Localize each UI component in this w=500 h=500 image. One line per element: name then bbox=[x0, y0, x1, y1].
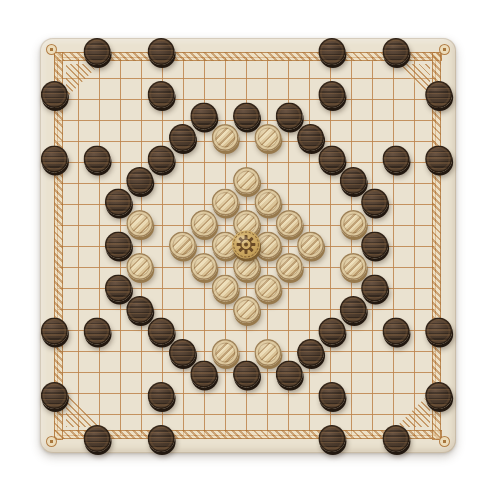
point-r16[interactable] bbox=[404, 110, 425, 131]
point-e18[interactable] bbox=[131, 68, 152, 89]
point-p2[interactable] bbox=[362, 404, 383, 425]
point-h4[interactable] bbox=[194, 362, 215, 383]
attacker-piece[interactable] bbox=[425, 145, 452, 172]
point-s14[interactable] bbox=[425, 152, 446, 173]
point-m15[interactable] bbox=[299, 131, 320, 152]
point-h2[interactable] bbox=[194, 404, 215, 425]
point-h14[interactable] bbox=[194, 152, 215, 173]
point-k3[interactable] bbox=[257, 383, 278, 404]
point-l11[interactable] bbox=[278, 215, 299, 236]
attacker-piece[interactable] bbox=[339, 296, 366, 323]
point-e2[interactable] bbox=[131, 404, 152, 425]
attacker-piece[interactable] bbox=[190, 102, 217, 129]
defender-piece[interactable] bbox=[254, 339, 281, 366]
point-p6[interactable] bbox=[362, 320, 383, 341]
attacker-piece[interactable] bbox=[275, 360, 302, 387]
point-c9[interactable] bbox=[89, 257, 110, 278]
attacker-piece[interactable] bbox=[126, 167, 153, 194]
point-f17[interactable] bbox=[152, 89, 173, 110]
point-m18[interactable] bbox=[299, 68, 320, 89]
point-c4[interactable] bbox=[89, 362, 110, 383]
point-n1[interactable] bbox=[320, 425, 341, 446]
point-a3[interactable] bbox=[47, 383, 68, 404]
point-m19[interactable] bbox=[299, 47, 320, 68]
point-q18[interactable] bbox=[383, 68, 404, 89]
point-d17[interactable] bbox=[110, 89, 131, 110]
point-s4[interactable] bbox=[425, 362, 446, 383]
king-piece[interactable] bbox=[232, 231, 260, 259]
point-p12[interactable] bbox=[362, 194, 383, 215]
attacker-piece[interactable] bbox=[104, 188, 131, 215]
point-n14[interactable] bbox=[320, 152, 341, 173]
point-k6[interactable] bbox=[257, 320, 278, 341]
point-s16[interactable] bbox=[425, 110, 446, 131]
point-l4[interactable] bbox=[278, 362, 299, 383]
point-p8[interactable] bbox=[362, 278, 383, 299]
point-d12[interactable] bbox=[110, 194, 131, 215]
point-r7[interactable] bbox=[404, 299, 425, 320]
point-k1[interactable] bbox=[257, 425, 278, 446]
defender-piece[interactable] bbox=[126, 210, 153, 237]
point-k5[interactable] bbox=[257, 341, 278, 362]
attacker-piece[interactable] bbox=[190, 360, 217, 387]
point-b17[interactable] bbox=[68, 89, 89, 110]
point-m17[interactable] bbox=[299, 89, 320, 110]
attacker-piece[interactable] bbox=[425, 317, 452, 344]
point-m14[interactable] bbox=[299, 152, 320, 173]
point-i6[interactable] bbox=[215, 320, 236, 341]
point-k19[interactable] bbox=[257, 47, 278, 68]
point-k14[interactable] bbox=[257, 152, 278, 173]
attacker-piece[interactable] bbox=[361, 231, 388, 258]
point-j6[interactable] bbox=[236, 320, 257, 341]
point-h9[interactable] bbox=[194, 257, 215, 278]
attacker-piece[interactable] bbox=[361, 274, 388, 301]
point-q17[interactable] bbox=[383, 89, 404, 110]
point-g15[interactable] bbox=[173, 131, 194, 152]
defender-piece[interactable] bbox=[254, 274, 281, 301]
point-k8[interactable] bbox=[257, 278, 278, 299]
point-p3[interactable] bbox=[362, 383, 383, 404]
point-r18[interactable] bbox=[404, 68, 425, 89]
point-n17[interactable] bbox=[320, 89, 341, 110]
point-o15[interactable] bbox=[341, 131, 362, 152]
point-n19[interactable] bbox=[320, 47, 341, 68]
point-b7[interactable] bbox=[68, 299, 89, 320]
point-g5[interactable] bbox=[173, 341, 194, 362]
point-c6[interactable] bbox=[89, 320, 110, 341]
attacker-piece[interactable] bbox=[83, 38, 110, 65]
point-r13[interactable] bbox=[404, 173, 425, 194]
point-a16[interactable] bbox=[47, 110, 68, 131]
point-e15[interactable] bbox=[131, 131, 152, 152]
point-j10[interactable] bbox=[236, 236, 257, 257]
point-m1[interactable] bbox=[299, 425, 320, 446]
point-f16[interactable] bbox=[152, 110, 173, 131]
point-r9[interactable] bbox=[404, 257, 425, 278]
point-q2[interactable] bbox=[383, 404, 404, 425]
defender-piece[interactable] bbox=[190, 210, 217, 237]
point-h19[interactable] bbox=[194, 47, 215, 68]
point-j16[interactable] bbox=[236, 110, 257, 131]
point-l16[interactable] bbox=[278, 110, 299, 131]
point-b12[interactable] bbox=[68, 194, 89, 215]
attacker-piece[interactable] bbox=[425, 382, 452, 409]
point-s11[interactable] bbox=[425, 215, 446, 236]
point-k7[interactable] bbox=[257, 299, 278, 320]
point-q6[interactable] bbox=[383, 320, 404, 341]
attacker-piece[interactable] bbox=[83, 317, 110, 344]
point-r5[interactable] bbox=[404, 341, 425, 362]
point-g6[interactable] bbox=[173, 320, 194, 341]
point-l13[interactable] bbox=[278, 173, 299, 194]
point-g13[interactable] bbox=[173, 173, 194, 194]
point-a5[interactable] bbox=[47, 341, 68, 362]
point-s9[interactable] bbox=[425, 257, 446, 278]
point-s19[interactable] bbox=[425, 47, 446, 68]
point-i5[interactable] bbox=[215, 341, 236, 362]
point-c1[interactable] bbox=[89, 425, 110, 446]
point-q19[interactable] bbox=[383, 47, 404, 68]
defender-piece[interactable] bbox=[254, 188, 281, 215]
attacker-piece[interactable] bbox=[318, 145, 345, 172]
point-k12[interactable] bbox=[257, 194, 278, 215]
point-d15[interactable] bbox=[110, 131, 131, 152]
attacker-piece[interactable] bbox=[168, 339, 195, 366]
defender-piece[interactable] bbox=[233, 167, 260, 194]
point-o11[interactable] bbox=[341, 215, 362, 236]
point-m3[interactable] bbox=[299, 383, 320, 404]
attacker-piece[interactable] bbox=[147, 317, 174, 344]
point-l18[interactable] bbox=[278, 68, 299, 89]
attacker-piece[interactable] bbox=[382, 38, 409, 65]
point-l6[interactable] bbox=[278, 320, 299, 341]
point-r10[interactable] bbox=[404, 236, 425, 257]
defender-piece[interactable] bbox=[339, 210, 366, 237]
point-a12[interactable] bbox=[47, 194, 68, 215]
attacker-piece[interactable] bbox=[83, 425, 110, 452]
point-f19[interactable] bbox=[152, 47, 173, 68]
point-g1[interactable] bbox=[173, 425, 194, 446]
point-g7[interactable] bbox=[173, 299, 194, 320]
point-o7[interactable] bbox=[341, 299, 362, 320]
point-s8[interactable] bbox=[425, 278, 446, 299]
point-j7[interactable] bbox=[236, 299, 257, 320]
point-l9[interactable] bbox=[278, 257, 299, 278]
attacker-piece[interactable] bbox=[104, 231, 131, 258]
attacker-piece[interactable] bbox=[275, 102, 302, 129]
defender-piece[interactable] bbox=[211, 188, 238, 215]
point-d16[interactable] bbox=[110, 110, 131, 131]
point-e5[interactable] bbox=[131, 341, 152, 362]
attacker-piece[interactable] bbox=[318, 425, 345, 452]
point-i1[interactable] bbox=[215, 425, 236, 446]
point-c17[interactable] bbox=[89, 89, 110, 110]
point-r11[interactable] bbox=[404, 215, 425, 236]
point-m12[interactable] bbox=[299, 194, 320, 215]
attacker-piece[interactable] bbox=[40, 81, 67, 108]
point-a10[interactable] bbox=[47, 236, 68, 257]
point-f1[interactable] bbox=[152, 425, 173, 446]
point-o4[interactable] bbox=[341, 362, 362, 383]
point-n4[interactable] bbox=[320, 362, 341, 383]
point-d3[interactable] bbox=[110, 383, 131, 404]
point-o16[interactable] bbox=[341, 110, 362, 131]
point-c13[interactable] bbox=[89, 173, 110, 194]
point-s3[interactable] bbox=[425, 383, 446, 404]
point-b8[interactable] bbox=[68, 278, 89, 299]
attacker-piece[interactable] bbox=[233, 102, 260, 129]
point-r12[interactable] bbox=[404, 194, 425, 215]
point-q3[interactable] bbox=[383, 383, 404, 404]
attacker-piece[interactable] bbox=[147, 145, 174, 172]
point-i19[interactable] bbox=[215, 47, 236, 68]
point-p18[interactable] bbox=[362, 68, 383, 89]
attacker-piece[interactable] bbox=[168, 124, 195, 151]
point-a6[interactable] bbox=[47, 320, 68, 341]
point-n11[interactable] bbox=[320, 215, 341, 236]
point-i12[interactable] bbox=[215, 194, 236, 215]
point-s10[interactable] bbox=[425, 236, 446, 257]
point-b11[interactable] bbox=[68, 215, 89, 236]
point-h11[interactable] bbox=[194, 215, 215, 236]
point-i2[interactable] bbox=[215, 404, 236, 425]
point-h13[interactable] bbox=[194, 173, 215, 194]
point-d1[interactable] bbox=[110, 425, 131, 446]
point-j19[interactable] bbox=[236, 47, 257, 68]
point-d10[interactable] bbox=[110, 236, 131, 257]
attacker-piece[interactable] bbox=[318, 317, 345, 344]
point-d6[interactable] bbox=[110, 320, 131, 341]
point-b2[interactable] bbox=[68, 404, 89, 425]
point-o13[interactable] bbox=[341, 173, 362, 194]
attacker-piece[interactable] bbox=[104, 274, 131, 301]
point-r4[interactable] bbox=[404, 362, 425, 383]
attacker-piece[interactable] bbox=[425, 81, 452, 108]
point-n6[interactable] bbox=[320, 320, 341, 341]
attacker-piece[interactable] bbox=[382, 145, 409, 172]
attacker-piece[interactable] bbox=[339, 167, 366, 194]
point-i14[interactable] bbox=[215, 152, 236, 173]
point-g17[interactable] bbox=[173, 89, 194, 110]
point-f9[interactable] bbox=[152, 257, 173, 278]
point-i8[interactable] bbox=[215, 278, 236, 299]
point-a4[interactable] bbox=[47, 362, 68, 383]
point-k2[interactable] bbox=[257, 404, 278, 425]
point-m2[interactable] bbox=[299, 404, 320, 425]
point-k15[interactable] bbox=[257, 131, 278, 152]
defender-piece[interactable] bbox=[275, 253, 302, 280]
point-a19[interactable] bbox=[47, 47, 68, 68]
point-a14[interactable] bbox=[47, 152, 68, 173]
point-p19[interactable] bbox=[362, 47, 383, 68]
point-d5[interactable] bbox=[110, 341, 131, 362]
attacker-piece[interactable] bbox=[318, 382, 345, 409]
point-b9[interactable] bbox=[68, 257, 89, 278]
point-e11[interactable] bbox=[131, 215, 152, 236]
point-f12[interactable] bbox=[152, 194, 173, 215]
point-f4[interactable] bbox=[152, 362, 173, 383]
point-f14[interactable] bbox=[152, 152, 173, 173]
point-g10[interactable] bbox=[173, 236, 194, 257]
point-d19[interactable] bbox=[110, 47, 131, 68]
point-e13[interactable] bbox=[131, 173, 152, 194]
attacker-piece[interactable] bbox=[147, 382, 174, 409]
point-c18[interactable] bbox=[89, 68, 110, 89]
point-n3[interactable] bbox=[320, 383, 341, 404]
point-g8[interactable] bbox=[173, 278, 194, 299]
attacker-piece[interactable] bbox=[361, 188, 388, 215]
point-b13[interactable] bbox=[68, 173, 89, 194]
point-l14[interactable] bbox=[278, 152, 299, 173]
point-a11[interactable] bbox=[47, 215, 68, 236]
point-s13[interactable] bbox=[425, 173, 446, 194]
point-j1[interactable] bbox=[236, 425, 257, 446]
attacker-piece[interactable] bbox=[40, 382, 67, 409]
attacker-piece[interactable] bbox=[297, 124, 324, 151]
point-i18[interactable] bbox=[215, 68, 236, 89]
point-l7[interactable] bbox=[278, 299, 299, 320]
point-b5[interactable] bbox=[68, 341, 89, 362]
point-e9[interactable] bbox=[131, 257, 152, 278]
point-r17[interactable] bbox=[404, 89, 425, 110]
point-g12[interactable] bbox=[173, 194, 194, 215]
point-j9[interactable] bbox=[236, 257, 257, 278]
point-q16[interactable] bbox=[383, 110, 404, 131]
point-l19[interactable] bbox=[278, 47, 299, 68]
point-o18[interactable] bbox=[341, 68, 362, 89]
point-e16[interactable] bbox=[131, 110, 152, 131]
attacker-piece[interactable] bbox=[382, 317, 409, 344]
point-i15[interactable] bbox=[215, 131, 236, 152]
point-n13[interactable] bbox=[320, 173, 341, 194]
defender-piece[interactable] bbox=[211, 124, 238, 151]
point-j4[interactable] bbox=[236, 362, 257, 383]
point-p17[interactable] bbox=[362, 89, 383, 110]
point-i3[interactable] bbox=[215, 383, 236, 404]
point-m8[interactable] bbox=[299, 278, 320, 299]
point-n12[interactable] bbox=[320, 194, 341, 215]
point-m10[interactable] bbox=[299, 236, 320, 257]
point-c11[interactable] bbox=[89, 215, 110, 236]
defender-piece[interactable] bbox=[126, 253, 153, 280]
point-o5[interactable] bbox=[341, 341, 362, 362]
attacker-piece[interactable] bbox=[318, 38, 345, 65]
point-e4[interactable] bbox=[131, 362, 152, 383]
point-r2[interactable] bbox=[404, 404, 425, 425]
point-n9[interactable] bbox=[320, 257, 341, 278]
point-d4[interactable] bbox=[110, 362, 131, 383]
point-r3[interactable] bbox=[404, 383, 425, 404]
point-q13[interactable] bbox=[383, 173, 404, 194]
point-k17[interactable] bbox=[257, 89, 278, 110]
attacker-piece[interactable] bbox=[147, 38, 174, 65]
defender-piece[interactable] bbox=[297, 231, 324, 258]
point-c19[interactable] bbox=[89, 47, 110, 68]
point-q1[interactable] bbox=[383, 425, 404, 446]
point-d18[interactable] bbox=[110, 68, 131, 89]
point-p4[interactable] bbox=[362, 362, 383, 383]
point-m7[interactable] bbox=[299, 299, 320, 320]
point-g18[interactable] bbox=[173, 68, 194, 89]
point-b16[interactable] bbox=[68, 110, 89, 131]
attacker-piece[interactable] bbox=[382, 425, 409, 452]
point-a1[interactable] bbox=[47, 425, 68, 446]
defender-piece[interactable] bbox=[339, 253, 366, 280]
point-s1[interactable] bbox=[425, 425, 446, 446]
point-o2[interactable] bbox=[341, 404, 362, 425]
point-b15[interactable] bbox=[68, 131, 89, 152]
point-q11[interactable] bbox=[383, 215, 404, 236]
point-d8[interactable] bbox=[110, 278, 131, 299]
point-a13[interactable] bbox=[47, 173, 68, 194]
attacker-piece[interactable] bbox=[147, 425, 174, 452]
point-p10[interactable] bbox=[362, 236, 383, 257]
point-r8[interactable] bbox=[404, 278, 425, 299]
point-q9[interactable] bbox=[383, 257, 404, 278]
point-g2[interactable] bbox=[173, 404, 194, 425]
point-g19[interactable] bbox=[173, 47, 194, 68]
attacker-piece[interactable] bbox=[233, 360, 260, 387]
point-h7[interactable] bbox=[194, 299, 215, 320]
point-q14[interactable] bbox=[383, 152, 404, 173]
point-s12[interactable] bbox=[425, 194, 446, 215]
point-e7[interactable] bbox=[131, 299, 152, 320]
point-b10[interactable] bbox=[68, 236, 89, 257]
point-a9[interactable] bbox=[47, 257, 68, 278]
point-m13[interactable] bbox=[299, 173, 320, 194]
point-j13[interactable] bbox=[236, 173, 257, 194]
point-n8[interactable] bbox=[320, 278, 341, 299]
point-c3[interactable] bbox=[89, 383, 110, 404]
point-l2[interactable] bbox=[278, 404, 299, 425]
point-g14[interactable] bbox=[173, 152, 194, 173]
point-b18[interactable] bbox=[68, 68, 89, 89]
point-f11[interactable] bbox=[152, 215, 173, 236]
point-a8[interactable] bbox=[47, 278, 68, 299]
point-f8[interactable] bbox=[152, 278, 173, 299]
defender-piece[interactable] bbox=[254, 124, 281, 151]
point-i17[interactable] bbox=[215, 89, 236, 110]
point-h1[interactable] bbox=[194, 425, 215, 446]
point-a17[interactable] bbox=[47, 89, 68, 110]
point-m6[interactable] bbox=[299, 320, 320, 341]
point-d2[interactable] bbox=[110, 404, 131, 425]
point-d14[interactable] bbox=[110, 152, 131, 173]
point-c14[interactable] bbox=[89, 152, 110, 173]
attacker-piece[interactable] bbox=[147, 81, 174, 108]
attacker-piece[interactable] bbox=[297, 339, 324, 366]
point-g3[interactable] bbox=[173, 383, 194, 404]
point-a7[interactable] bbox=[47, 299, 68, 320]
attacker-piece[interactable] bbox=[318, 81, 345, 108]
point-p16[interactable] bbox=[362, 110, 383, 131]
defender-piece[interactable] bbox=[275, 210, 302, 237]
attacker-piece[interactable] bbox=[126, 296, 153, 323]
point-p5[interactable] bbox=[362, 341, 383, 362]
point-o9[interactable] bbox=[341, 257, 362, 278]
point-h16[interactable] bbox=[194, 110, 215, 131]
point-s6[interactable] bbox=[425, 320, 446, 341]
attacker-piece[interactable] bbox=[40, 317, 67, 344]
defender-piece[interactable] bbox=[168, 231, 195, 258]
point-k18[interactable] bbox=[257, 68, 278, 89]
point-f13[interactable] bbox=[152, 173, 173, 194]
point-n16[interactable] bbox=[320, 110, 341, 131]
defender-piece[interactable] bbox=[190, 253, 217, 280]
point-p15[interactable] bbox=[362, 131, 383, 152]
point-m5[interactable] bbox=[299, 341, 320, 362]
